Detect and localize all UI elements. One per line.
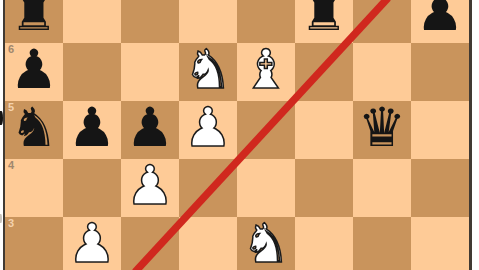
board-squares: ♜♜♟6♟♞♝5♞♟♟♟♛4♟3♟♞ — [5, 0, 469, 270]
square-e6[interactable]: ♝ — [237, 43, 295, 101]
square-a4[interactable]: 4 — [5, 159, 63, 217]
square-d6[interactable]: ♞ — [179, 43, 237, 101]
square-b4[interactable] — [63, 159, 121, 217]
square-d3[interactable] — [179, 217, 237, 270]
cropped-piece-fragment-2 — [0, 214, 2, 223]
square-c3[interactable] — [121, 217, 179, 270]
chess-board: ♜♜♟6♟♞♝5♞♟♟♟♛4♟3♟♞ — [3, 0, 472, 270]
square-f5[interactable] — [295, 101, 353, 159]
square-d4[interactable] — [179, 159, 237, 217]
square-g6[interactable] — [353, 43, 411, 101]
square-h6[interactable] — [411, 43, 469, 101]
black-knight-a5[interactable]: ♞ — [5, 99, 63, 157]
square-d5[interactable]: ♟ — [179, 101, 237, 159]
square-f6[interactable] — [295, 43, 353, 101]
white-bishop-e6[interactable]: ♝ — [237, 41, 295, 99]
white-pawn-d5[interactable]: ♟ — [179, 99, 237, 157]
black-queen-g5[interactable]: ♛ — [353, 99, 411, 157]
black-pawn-a6[interactable]: ♟ — [5, 41, 63, 99]
rank-label-3: 3 — [8, 218, 14, 229]
square-e5[interactable] — [237, 101, 295, 159]
square-h4[interactable] — [411, 159, 469, 217]
square-c7[interactable] — [121, 0, 179, 43]
white-pawn-c4[interactable]: ♟ — [121, 157, 179, 215]
square-d7[interactable] — [179, 0, 237, 43]
black-pawn-b5[interactable]: ♟ — [63, 99, 121, 157]
square-b6[interactable] — [63, 43, 121, 101]
black-pawn-c5[interactable]: ♟ — [121, 99, 179, 157]
square-g5[interactable]: ♛ — [353, 101, 411, 159]
square-a3[interactable]: 3 — [5, 217, 63, 270]
square-c4[interactable]: ♟ — [121, 159, 179, 217]
black-pawn-h7[interactable]: ♟ — [411, 0, 469, 41]
white-knight-e3[interactable]: ♞ — [237, 215, 295, 270]
square-f7[interactable]: ♜ — [295, 0, 353, 43]
cropped-piece-fragment-1 — [0, 111, 3, 125]
white-knight-d6[interactable]: ♞ — [179, 41, 237, 99]
black-rook-a7[interactable]: ♜ — [5, 0, 63, 41]
square-a7[interactable]: ♜ — [5, 0, 63, 43]
square-h5[interactable] — [411, 101, 469, 159]
square-e4[interactable] — [237, 159, 295, 217]
square-b5[interactable]: ♟ — [63, 101, 121, 159]
square-f4[interactable] — [295, 159, 353, 217]
white-pawn-b3[interactable]: ♟ — [63, 215, 121, 270]
square-e3[interactable]: ♞ — [237, 217, 295, 270]
square-c6[interactable] — [121, 43, 179, 101]
page: ♜♜♟6♟♞♝5♞♟♟♟♛4♟3♟♞ — [0, 0, 479, 270]
square-g3[interactable] — [353, 217, 411, 270]
square-a6[interactable]: 6♟ — [5, 43, 63, 101]
square-a5[interactable]: 5♞ — [5, 101, 63, 159]
square-c5[interactable]: ♟ — [121, 101, 179, 159]
square-g7[interactable] — [353, 0, 411, 43]
square-b3[interactable]: ♟ — [63, 217, 121, 270]
rank-label-4: 4 — [8, 160, 14, 171]
square-g4[interactable] — [353, 159, 411, 217]
square-b7[interactable] — [63, 0, 121, 43]
square-h3[interactable] — [411, 217, 469, 270]
square-f3[interactable] — [295, 217, 353, 270]
square-e7[interactable] — [237, 0, 295, 43]
square-h7[interactable]: ♟ — [411, 0, 469, 43]
black-rook-f7[interactable]: ♜ — [295, 0, 353, 41]
